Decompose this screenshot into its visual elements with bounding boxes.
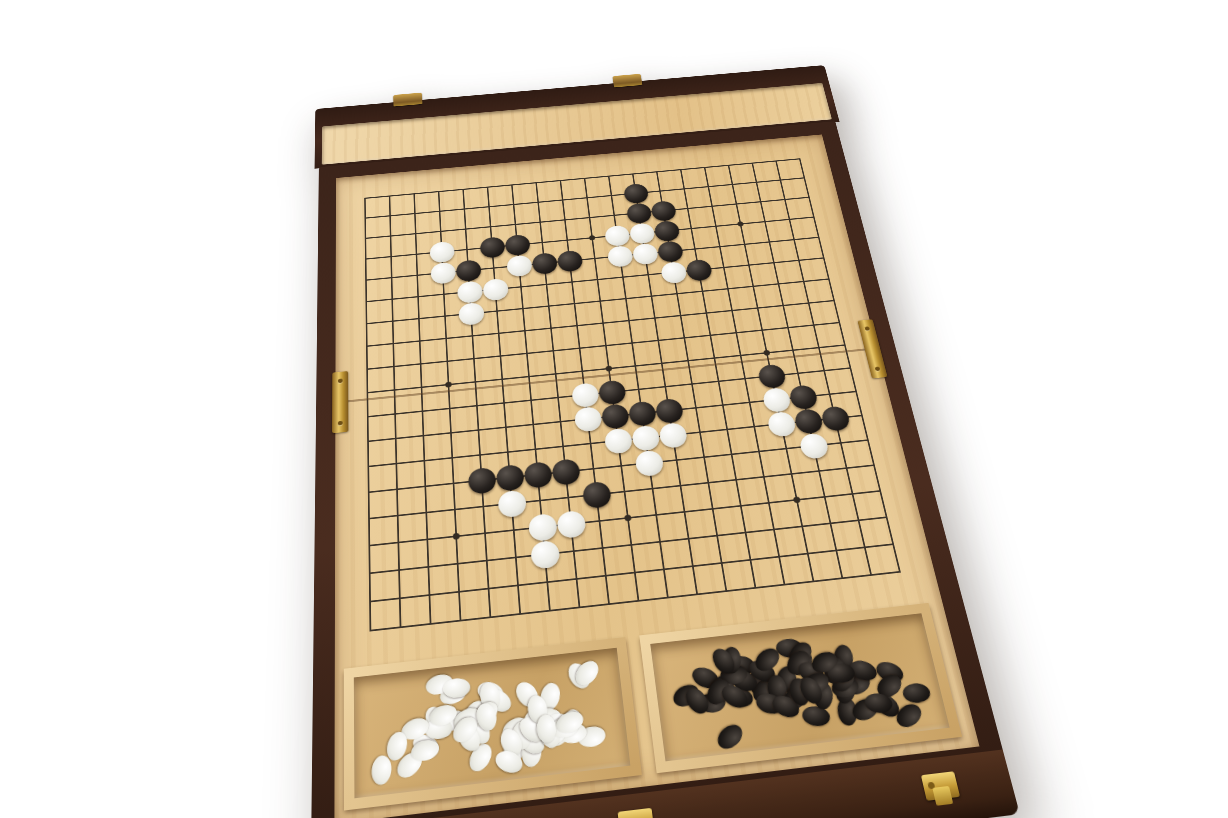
black-stone[interactable] bbox=[467, 467, 496, 495]
white-stone[interactable] bbox=[482, 278, 509, 301]
photo-background bbox=[0, 0, 1228, 818]
black-stone[interactable] bbox=[627, 400, 657, 426]
grid-line bbox=[775, 160, 872, 576]
star-point bbox=[589, 235, 595, 240]
white-stone[interactable] bbox=[430, 261, 456, 284]
black-stone[interactable] bbox=[654, 398, 684, 424]
black-stone[interactable] bbox=[495, 464, 524, 492]
case-floor bbox=[334, 134, 979, 818]
white-tray[interactable] bbox=[344, 637, 642, 810]
white-stone[interactable] bbox=[603, 427, 633, 454]
fold-hinge-left bbox=[332, 371, 348, 433]
go-case bbox=[310, 65, 1019, 818]
scene bbox=[0, 0, 1228, 818]
tray-stone bbox=[713, 720, 747, 754]
black-stone[interactable] bbox=[504, 234, 530, 256]
go-board[interactable] bbox=[347, 144, 925, 654]
black-tray-bed bbox=[650, 613, 949, 761]
black-stone[interactable] bbox=[650, 200, 677, 221]
tray-stone bbox=[442, 678, 470, 698]
black-stone[interactable] bbox=[523, 461, 552, 489]
black-stone[interactable] bbox=[819, 405, 850, 431]
white-stone[interactable] bbox=[606, 245, 633, 268]
white-stone[interactable] bbox=[497, 489, 526, 517]
black-stone[interactable] bbox=[455, 259, 481, 282]
tray-stone bbox=[901, 683, 932, 704]
black-stone[interactable] bbox=[625, 202, 652, 224]
black-tray[interactable] bbox=[639, 603, 962, 773]
front-clasp-right[interactable] bbox=[921, 771, 960, 801]
lid-clasp-left[interactable] bbox=[393, 93, 422, 107]
star-point bbox=[453, 533, 460, 540]
black-stone[interactable] bbox=[685, 259, 713, 282]
white-stone[interactable] bbox=[571, 382, 600, 408]
black-stone[interactable] bbox=[531, 252, 558, 275]
white-stone[interactable] bbox=[628, 222, 655, 244]
tray-stone bbox=[371, 755, 392, 785]
black-stone[interactable] bbox=[653, 220, 680, 242]
black-stone[interactable] bbox=[556, 250, 583, 273]
white-stone[interactable] bbox=[658, 422, 688, 449]
star-point bbox=[737, 221, 744, 226]
white-stone[interactable] bbox=[660, 261, 688, 284]
grid-line bbox=[364, 198, 371, 632]
black-stone[interactable] bbox=[656, 240, 684, 262]
white-stone[interactable] bbox=[761, 387, 792, 413]
black-stone[interactable] bbox=[788, 384, 819, 410]
black-stone[interactable] bbox=[600, 403, 629, 429]
white-stone[interactable] bbox=[634, 449, 664, 476]
white-stone[interactable] bbox=[530, 539, 560, 569]
white-stone[interactable] bbox=[457, 280, 483, 303]
black-stone[interactable] bbox=[581, 481, 611, 509]
white-stone[interactable] bbox=[506, 254, 532, 277]
front-clasp-left[interactable] bbox=[618, 808, 655, 818]
white-stone[interactable] bbox=[429, 241, 455, 263]
black-stone[interactable] bbox=[597, 379, 626, 405]
white-stone[interactable] bbox=[604, 225, 631, 247]
white-stone[interactable] bbox=[527, 513, 557, 542]
star-point bbox=[605, 366, 612, 372]
black-stone[interactable] bbox=[793, 408, 824, 434]
white-stone[interactable] bbox=[556, 510, 586, 539]
white-stone[interactable] bbox=[458, 302, 485, 326]
white-stone[interactable] bbox=[798, 432, 830, 459]
white-stone[interactable] bbox=[631, 425, 661, 452]
white-stone[interactable] bbox=[766, 411, 797, 437]
case-body bbox=[310, 121, 1019, 818]
star-point bbox=[793, 496, 801, 503]
black-stone[interactable] bbox=[479, 236, 505, 258]
star-point bbox=[445, 382, 452, 388]
black-stone[interactable] bbox=[551, 458, 581, 486]
star-point bbox=[763, 350, 770, 356]
white-tray-bed bbox=[354, 648, 631, 799]
grid-line bbox=[799, 158, 901, 573]
black-stone[interactable] bbox=[623, 183, 649, 204]
black-stone[interactable] bbox=[756, 363, 786, 388]
grid-line bbox=[364, 158, 800, 199]
white-stone[interactable] bbox=[573, 406, 602, 432]
lid-clasp-center[interactable] bbox=[612, 74, 642, 88]
white-stone[interactable] bbox=[631, 243, 658, 265]
star-point bbox=[624, 514, 631, 521]
